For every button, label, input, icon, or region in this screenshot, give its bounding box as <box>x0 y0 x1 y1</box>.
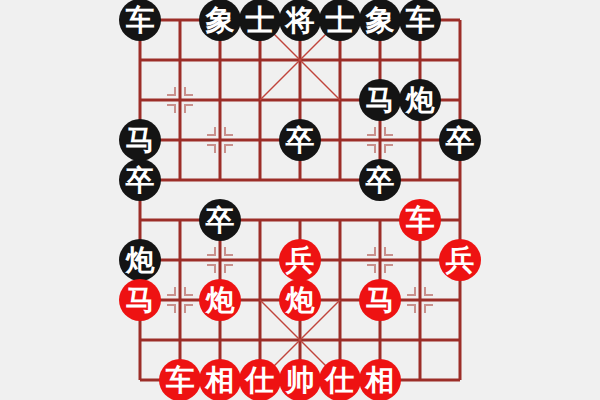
piece-red-advisor[interactable]: 仕 <box>239 359 281 400</box>
piece-black-chariot[interactable]: 车 <box>119 0 161 41</box>
pieces-layer: 车象士将士象车马炮马卒卒卒卒卒炮车兵兵马炮炮马车相仕帅仕相 <box>120 0 480 400</box>
piece-black-elephant[interactable]: 象 <box>199 0 241 41</box>
piece-black-advisor[interactable]: 士 <box>239 0 281 41</box>
xiangqi-board: 车象士将士象车马炮马卒卒卒卒卒炮车兵兵马炮炮马车相仕帅仕相 <box>0 0 600 400</box>
piece-black-soldier[interactable]: 卒 <box>279 119 321 161</box>
piece-black-cannon[interactable]: 炮 <box>119 239 161 281</box>
piece-red-chariot[interactable]: 车 <box>159 359 201 400</box>
piece-red-elephant[interactable]: 相 <box>199 359 241 400</box>
piece-red-general[interactable]: 帅 <box>279 359 321 400</box>
point-marker <box>360 120 400 160</box>
piece-black-horse[interactable]: 马 <box>119 119 161 161</box>
piece-red-soldier[interactable]: 兵 <box>279 239 321 281</box>
piece-black-chariot[interactable]: 车 <box>399 0 441 41</box>
piece-red-cannon[interactable]: 炮 <box>199 279 241 321</box>
piece-red-horse[interactable]: 马 <box>359 279 401 321</box>
point-marker <box>200 240 240 280</box>
piece-black-advisor[interactable]: 士 <box>319 0 361 41</box>
piece-black-horse[interactable]: 马 <box>359 79 401 121</box>
piece-black-elephant[interactable]: 象 <box>359 0 401 41</box>
piece-red-cannon[interactable]: 炮 <box>279 279 321 321</box>
piece-black-soldier[interactable]: 卒 <box>199 199 241 241</box>
piece-red-chariot[interactable]: 车 <box>399 199 441 241</box>
piece-red-soldier[interactable]: 兵 <box>439 239 481 281</box>
piece-black-cannon[interactable]: 炮 <box>399 79 441 121</box>
point-marker <box>400 280 440 320</box>
piece-black-soldier[interactable]: 卒 <box>119 159 161 201</box>
point-marker <box>200 120 240 160</box>
point-marker <box>360 240 400 280</box>
piece-black-general[interactable]: 将 <box>279 0 321 41</box>
piece-red-advisor[interactable]: 仕 <box>319 359 361 400</box>
piece-red-horse[interactable]: 马 <box>119 279 161 321</box>
piece-black-soldier[interactable]: 卒 <box>439 119 481 161</box>
point-marker <box>160 280 200 320</box>
point-marker <box>160 80 200 120</box>
piece-black-soldier[interactable]: 卒 <box>359 159 401 201</box>
piece-red-elephant[interactable]: 相 <box>359 359 401 400</box>
